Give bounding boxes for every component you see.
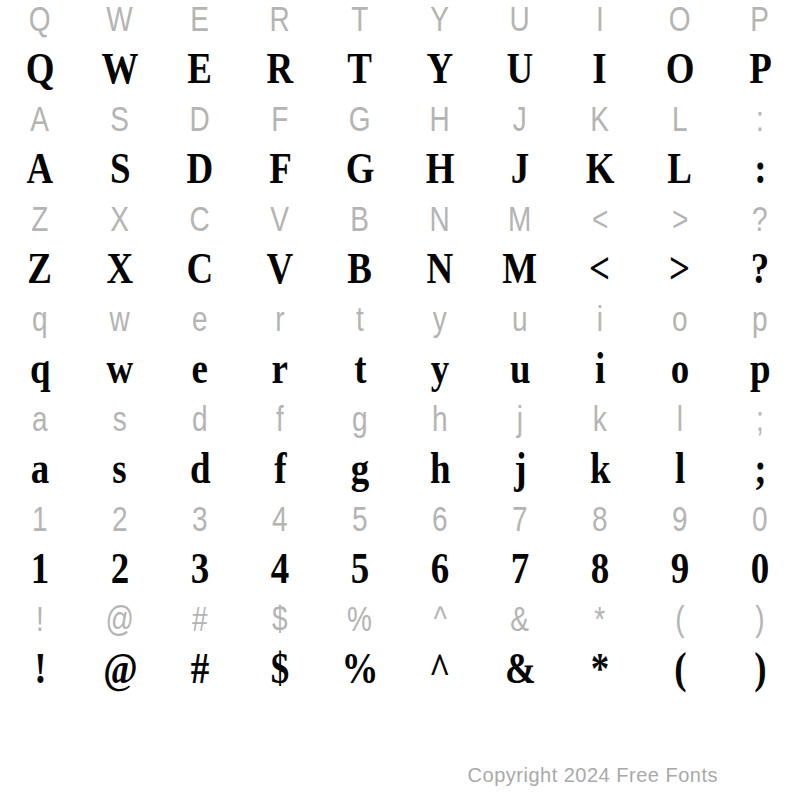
placeholder-glyph: j — [480, 394, 560, 444]
specimen-glyph: l — [640, 444, 720, 494]
specimen-glyph: 0 — [720, 544, 800, 594]
font-specimen-page: QWERTYUIOPQWERTYUIOPASDFGHJKL:ASDFGHJKL:… — [0, 0, 800, 800]
placeholder-glyph: 8 — [560, 494, 640, 544]
placeholder-glyph: 4 — [240, 494, 320, 544]
specimen-glyph: S — [80, 144, 160, 194]
placeholder-glyph: L — [640, 94, 720, 144]
specimen-glyph: ? — [720, 244, 800, 294]
specimen-glyph: 9 — [640, 544, 720, 594]
placeholder-glyph: 3 — [160, 494, 240, 544]
specimen-glyph: k — [560, 444, 640, 494]
placeholder-glyph: I — [560, 0, 640, 44]
specimen-glyph: A — [0, 144, 80, 194]
placeholder-glyph: J — [480, 94, 560, 144]
placeholder-glyph: ; — [720, 394, 800, 444]
placeholder-glyph: 2 — [80, 494, 160, 544]
specimen-glyph: r — [240, 344, 320, 394]
placeholder-glyph: e — [160, 294, 240, 344]
placeholder-glyph: R — [240, 0, 320, 44]
placeholder-glyph: 7 — [480, 494, 560, 544]
placeholder-glyph: E — [160, 0, 240, 44]
placeholder-glyph: ( — [640, 594, 720, 644]
placeholder-glyph: > — [640, 194, 720, 244]
copyright-text: Copyright 2024 Free Fonts — [468, 765, 718, 785]
placeholder-glyph: 6 — [400, 494, 480, 544]
placeholder-glyph: 9 — [640, 494, 720, 544]
specimen-glyph: o — [640, 344, 720, 394]
placeholder-glyph: A — [0, 94, 80, 144]
specimen-glyph: : — [720, 144, 800, 194]
specimen-glyph: P — [720, 44, 800, 94]
specimen-glyph: R — [240, 44, 320, 94]
specimen-glyph: I — [560, 44, 640, 94]
placeholder-glyph: 5 — [320, 494, 400, 544]
placeholder-glyph: ! — [0, 594, 80, 644]
placeholder-glyph: a — [0, 394, 80, 444]
placeholder-glyph: u — [480, 294, 560, 344]
placeholder-glyph: P — [720, 0, 800, 44]
placeholder-glyph: l — [640, 394, 720, 444]
specimen-glyph: O — [640, 44, 720, 94]
specimen-glyph: U — [480, 44, 560, 94]
placeholder-glyph: p — [720, 294, 800, 344]
placeholder-glyph: N — [400, 194, 480, 244]
specimen-glyph: w — [80, 344, 160, 394]
specimen-glyph: 6 — [400, 544, 480, 594]
placeholder-glyph: f — [240, 394, 320, 444]
placeholder-glyph: % — [320, 594, 400, 644]
placeholder-glyph: U — [480, 0, 560, 44]
specimen-glyph: 4 — [240, 544, 320, 594]
specimen-glyph: 3 — [160, 544, 240, 594]
specimen-glyph: N — [400, 244, 480, 294]
placeholder-glyph: W — [80, 0, 160, 44]
specimen-glyph: < — [560, 244, 640, 294]
placeholder-glyph: r — [240, 294, 320, 344]
placeholder-glyph: Y — [400, 0, 480, 44]
specimen-glyph: g — [320, 444, 400, 494]
placeholder-glyph: < — [560, 194, 640, 244]
placeholder-glyph: ) — [720, 594, 800, 644]
placeholder-glyph: F — [240, 94, 320, 144]
placeholder-glyph: w — [80, 294, 160, 344]
specimen-glyph: J — [480, 144, 560, 194]
specimen-glyph: e — [160, 344, 240, 394]
specimen-glyph: W — [80, 44, 160, 94]
placeholder-glyph: * — [560, 594, 640, 644]
specimen-glyph: M — [480, 244, 560, 294]
placeholder-glyph: Z — [0, 194, 80, 244]
specimen-glyph: Y — [400, 44, 480, 94]
specimen-glyph: f — [240, 444, 320, 494]
specimen-glyph: q — [0, 344, 80, 394]
specimen-glyph: @ — [80, 644, 160, 694]
placeholder-glyph: M — [480, 194, 560, 244]
specimen-glyph: X — [80, 244, 160, 294]
placeholder-glyph: d — [160, 394, 240, 444]
specimen-glyph: u — [480, 344, 560, 394]
specimen-glyph: ; — [720, 444, 800, 494]
placeholder-glyph: T — [320, 0, 400, 44]
specimen-glyph: a — [0, 444, 80, 494]
placeholder-glyph: h — [400, 394, 480, 444]
specimen-glyph: E — [160, 44, 240, 94]
specimen-glyph: ( — [640, 644, 720, 694]
placeholder-glyph: k — [560, 394, 640, 444]
placeholder-glyph: S — [80, 94, 160, 144]
specimen-glyph: $ — [240, 644, 320, 694]
specimen-glyph: j — [480, 444, 560, 494]
placeholder-glyph: y — [400, 294, 480, 344]
placeholder-glyph: G — [320, 94, 400, 144]
placeholder-glyph: $ — [240, 594, 320, 644]
specimen-glyph: D — [160, 144, 240, 194]
placeholder-glyph: s — [80, 394, 160, 444]
placeholder-glyph: # — [160, 594, 240, 644]
specimen-glyph: # — [160, 644, 240, 694]
specimen-glyph: B — [320, 244, 400, 294]
specimen-glyph: G — [320, 144, 400, 194]
specimen-glyph: i — [560, 344, 640, 394]
placeholder-glyph: : — [720, 94, 800, 144]
specimen-glyph: V — [240, 244, 320, 294]
specimen-grid: QWERTYUIOPQWERTYUIOPASDFGHJKL:ASDFGHJKL:… — [0, 0, 800, 694]
placeholder-glyph: Q — [0, 0, 80, 44]
placeholder-glyph: @ — [80, 594, 160, 644]
specimen-glyph: h — [400, 444, 480, 494]
placeholder-glyph: i — [560, 294, 640, 344]
specimen-glyph: 1 — [0, 544, 80, 594]
specimen-glyph: % — [320, 644, 400, 694]
placeholder-glyph: H — [400, 94, 480, 144]
placeholder-glyph: X — [80, 194, 160, 244]
specimen-glyph: y — [400, 344, 480, 394]
placeholder-glyph: 0 — [720, 494, 800, 544]
specimen-glyph: Z — [0, 244, 80, 294]
placeholder-glyph: q — [0, 294, 80, 344]
specimen-glyph: T — [320, 44, 400, 94]
placeholder-glyph: ^ — [400, 594, 480, 644]
placeholder-glyph: ? — [720, 194, 800, 244]
specimen-glyph: > — [640, 244, 720, 294]
specimen-glyph: ^ — [400, 644, 480, 694]
placeholder-glyph: V — [240, 194, 320, 244]
specimen-glyph: ! — [0, 644, 80, 694]
specimen-glyph: K — [560, 144, 640, 194]
specimen-glyph: F — [240, 144, 320, 194]
specimen-glyph: Q — [0, 44, 80, 94]
specimen-glyph: 8 — [560, 544, 640, 594]
specimen-glyph: * — [560, 644, 640, 694]
placeholder-glyph: t — [320, 294, 400, 344]
specimen-glyph: C — [160, 244, 240, 294]
specimen-glyph: ) — [720, 644, 800, 694]
specimen-glyph: s — [80, 444, 160, 494]
placeholder-glyph: C — [160, 194, 240, 244]
placeholder-glyph: 1 — [0, 494, 80, 544]
specimen-glyph: 7 — [480, 544, 560, 594]
specimen-glyph: H — [400, 144, 480, 194]
placeholder-glyph: D — [160, 94, 240, 144]
placeholder-glyph: K — [560, 94, 640, 144]
specimen-glyph: p — [720, 344, 800, 394]
specimen-glyph: d — [160, 444, 240, 494]
placeholder-glyph: o — [640, 294, 720, 344]
specimen-glyph: t — [320, 344, 400, 394]
placeholder-glyph: B — [320, 194, 400, 244]
placeholder-glyph: O — [640, 0, 720, 44]
specimen-glyph: L — [640, 144, 720, 194]
placeholder-glyph: & — [480, 594, 560, 644]
placeholder-glyph: g — [320, 394, 400, 444]
specimen-glyph: 5 — [320, 544, 400, 594]
specimen-glyph: & — [480, 644, 560, 694]
specimen-glyph: 2 — [80, 544, 160, 594]
